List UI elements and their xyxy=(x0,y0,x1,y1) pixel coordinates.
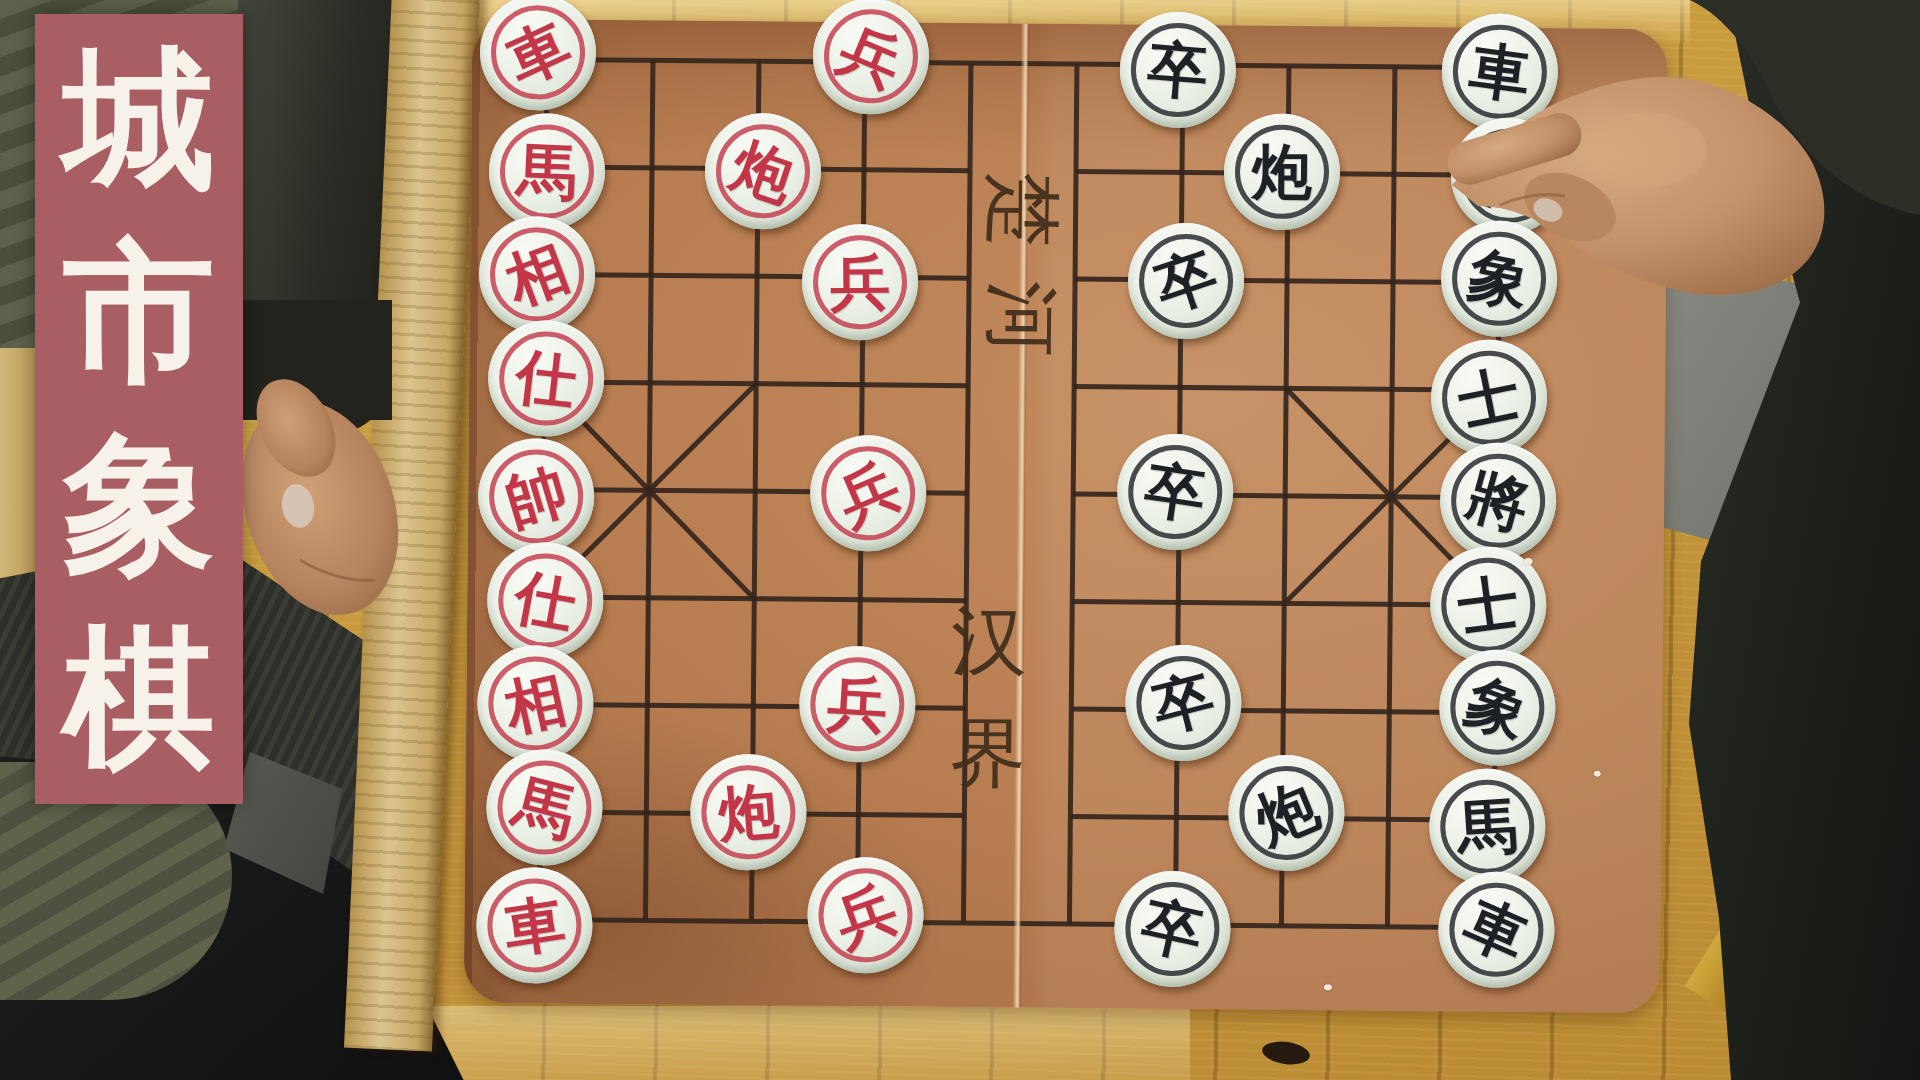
banner-char: 棋 xyxy=(63,622,215,774)
left-player-hand xyxy=(216,300,425,635)
title-banner: 城 市 象 棋 xyxy=(35,14,243,804)
banner-char: 市 xyxy=(63,237,215,389)
hands-overlay xyxy=(0,0,1920,1080)
banner-char: 城 xyxy=(63,44,215,196)
banner-char: 象 xyxy=(63,429,215,581)
right-player-pointing-hand xyxy=(1442,0,1920,295)
photo-scene: 楚 河 汉 界 車馬相仕帥仕相馬車炮炮兵兵兵兵兵車馬象士將士象馬車炮炮卒卒卒卒卒 xyxy=(0,0,1920,1080)
